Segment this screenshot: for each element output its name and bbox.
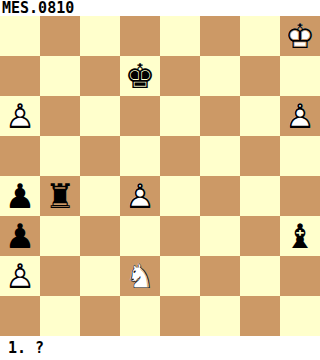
square-a1[interactable] <box>0 296 40 336</box>
black-bishop[interactable]: ♝ <box>280 216 320 256</box>
black-pawn[interactable]: ♟ <box>0 216 40 256</box>
square-a2[interactable]: ♟♙ <box>0 256 40 296</box>
square-f3[interactable] <box>200 216 240 256</box>
square-a3[interactable]: ♟ <box>0 216 40 256</box>
black-piece-glyph: ♚ <box>120 56 160 96</box>
white-piece-outline: ♔ <box>280 16 320 56</box>
square-f1[interactable] <box>200 296 240 336</box>
square-d7[interactable]: ♚ <box>120 56 160 96</box>
square-d5[interactable] <box>120 136 160 176</box>
square-h5[interactable] <box>280 136 320 176</box>
black-piece-glyph: ♟ <box>0 176 40 216</box>
square-b5[interactable] <box>40 136 80 176</box>
square-b4[interactable]: ♜ <box>40 176 80 216</box>
square-d6[interactable] <box>120 96 160 136</box>
square-g6[interactable] <box>240 96 280 136</box>
square-e4[interactable] <box>160 176 200 216</box>
square-h1[interactable] <box>280 296 320 336</box>
puzzle-title: MES.0810 <box>0 0 320 16</box>
chess-board: ♚♔♚♟♙♟♙♟♜♟♙♟♝♟♙♞♘ <box>0 16 320 336</box>
square-g2[interactable] <box>240 256 280 296</box>
square-e5[interactable] <box>160 136 200 176</box>
square-d2[interactable]: ♞♘ <box>120 256 160 296</box>
square-e6[interactable] <box>160 96 200 136</box>
square-c1[interactable] <box>80 296 120 336</box>
chess-puzzle-screen: MES.0810 ♚♔♚♟♙♟♙♟♜♟♙♟♝♟♙♞♘ 1. ? <box>0 0 320 360</box>
square-e8[interactable] <box>160 16 200 56</box>
square-g7[interactable] <box>240 56 280 96</box>
square-a7[interactable] <box>0 56 40 96</box>
square-e2[interactable] <box>160 256 200 296</box>
square-c3[interactable] <box>80 216 120 256</box>
black-rook[interactable]: ♜ <box>40 176 80 216</box>
square-d3[interactable] <box>120 216 160 256</box>
square-g8[interactable] <box>240 16 280 56</box>
square-e3[interactable] <box>160 216 200 256</box>
square-f8[interactable] <box>200 16 240 56</box>
white-pawn[interactable]: ♟♙ <box>0 256 40 296</box>
square-a5[interactable] <box>0 136 40 176</box>
square-h7[interactable] <box>280 56 320 96</box>
square-c4[interactable] <box>80 176 120 216</box>
white-piece-outline: ♙ <box>0 256 40 296</box>
square-b7[interactable] <box>40 56 80 96</box>
white-pawn[interactable]: ♟♙ <box>280 96 320 136</box>
square-g1[interactable] <box>240 296 280 336</box>
black-piece-glyph: ♝ <box>280 216 320 256</box>
white-pawn[interactable]: ♟♙ <box>0 96 40 136</box>
white-pawn[interactable]: ♟♙ <box>120 176 160 216</box>
square-b6[interactable] <box>40 96 80 136</box>
white-piece-outline: ♘ <box>120 256 160 296</box>
white-piece-outline: ♙ <box>120 176 160 216</box>
square-c8[interactable] <box>80 16 120 56</box>
square-c5[interactable] <box>80 136 120 176</box>
black-piece-glyph: ♟ <box>0 216 40 256</box>
square-g4[interactable] <box>240 176 280 216</box>
square-e1[interactable] <box>160 296 200 336</box>
black-pawn[interactable]: ♟ <box>0 176 40 216</box>
square-d1[interactable] <box>120 296 160 336</box>
square-f4[interactable] <box>200 176 240 216</box>
square-e7[interactable] <box>160 56 200 96</box>
black-piece-glyph: ♜ <box>40 176 80 216</box>
white-piece-outline: ♙ <box>0 96 40 136</box>
square-g3[interactable] <box>240 216 280 256</box>
square-a6[interactable]: ♟♙ <box>0 96 40 136</box>
square-d4[interactable]: ♟♙ <box>120 176 160 216</box>
square-d8[interactable] <box>120 16 160 56</box>
square-h4[interactable] <box>280 176 320 216</box>
square-f6[interactable] <box>200 96 240 136</box>
square-g5[interactable] <box>240 136 280 176</box>
square-f5[interactable] <box>200 136 240 176</box>
move-prompt: 1. ? <box>0 336 320 360</box>
square-h8[interactable]: ♚♔ <box>280 16 320 56</box>
black-king[interactable]: ♚ <box>120 56 160 96</box>
square-b2[interactable] <box>40 256 80 296</box>
square-f7[interactable] <box>200 56 240 96</box>
square-h6[interactable]: ♟♙ <box>280 96 320 136</box>
white-piece-outline: ♙ <box>280 96 320 136</box>
white-knight[interactable]: ♞♘ <box>120 256 160 296</box>
white-king[interactable]: ♚♔ <box>280 16 320 56</box>
square-a4[interactable]: ♟ <box>0 176 40 216</box>
square-h2[interactable] <box>280 256 320 296</box>
square-b3[interactable] <box>40 216 80 256</box>
square-b1[interactable] <box>40 296 80 336</box>
square-h3[interactable]: ♝ <box>280 216 320 256</box>
square-c2[interactable] <box>80 256 120 296</box>
square-b8[interactable] <box>40 16 80 56</box>
square-c7[interactable] <box>80 56 120 96</box>
square-a8[interactable] <box>0 16 40 56</box>
square-c6[interactable] <box>80 96 120 136</box>
square-f2[interactable] <box>200 256 240 296</box>
